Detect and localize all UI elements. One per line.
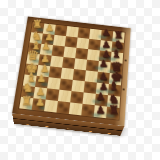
- chess-piece-white-rook[interactable]: ♜: [31, 19, 43, 29]
- piece-shadow: [95, 89, 104, 94]
- piece-shadow: [30, 82, 40, 87]
- folding-chess-box: ♜♟♟♜♞♟♟♞♝♟♟♝♛♟♟♛♚♟♟♚♝♟♟♝♞♟♟♞♜♟♟♜: [12, 17, 131, 127]
- square[interactable]: ♞: [21, 85, 35, 98]
- square[interactable]: ♟: [97, 72, 110, 84]
- chess-set-photo: ♜♟♟♜♞♟♟♞♝♟♟♝♛♟♟♛♚♟♟♚♝♟♟♝♞♟♟♞♜♟♟♜: [0, 0, 160, 160]
- frame-pin: [123, 89, 125, 91]
- chess-piece-black-rook[interactable]: ♜: [108, 104, 121, 116]
- board-rotation-wrapper: ♜♟♟♜♞♟♟♞♝♟♟♝♛♟♟♛♚♟♟♚♝♟♟♝♞♟♟♞♜♟♟♜: [14, 9, 134, 129]
- square[interactable]: [85, 70, 98, 82]
- chess-piece-white-pawn[interactable]: ♟: [40, 41, 52, 52]
- chess-piece-white-queen[interactable]: ♛: [27, 50, 39, 61]
- chess-piece-white-pawn[interactable]: ♟: [35, 73, 47, 84]
- hinge-pin: [89, 131, 92, 132]
- piece-shadow: [105, 103, 114, 108]
- chess-piece-black-pawn[interactable]: ♟: [97, 58, 109, 69]
- chess-piece-black-king[interactable]: ♚: [110, 71, 123, 82]
- square[interactable]: ♝: [23, 74, 37, 86]
- chess-piece-black-bishop[interactable]: ♝: [110, 49, 122, 60]
- chess-piece-black-bishop[interactable]: ♝: [107, 81, 120, 92]
- piece-shadow: [95, 79, 104, 84]
- square[interactable]: [82, 92, 95, 105]
- square[interactable]: ♟: [32, 98, 46, 111]
- chess-piece-black-pawn[interactable]: ♟: [94, 91, 107, 102]
- chess-piece-white-pawn[interactable]: ♟: [34, 96, 47, 108]
- square[interactable]: [58, 90, 72, 103]
- piece-shadow: [44, 72, 54, 77]
- square[interactable]: [56, 101, 70, 114]
- square[interactable]: [71, 80, 84, 93]
- piece-shadow: [108, 79, 117, 84]
- chess-piece-black-pawn[interactable]: ♟: [97, 70, 109, 81]
- piece-shadow: [26, 92, 36, 97]
- square[interactable]: ♟: [35, 76, 49, 88]
- square[interactable]: [61, 68, 74, 80]
- square[interactable]: [73, 69, 86, 81]
- square[interactable]: ♜: [19, 97, 33, 110]
- square[interactable]: [59, 79, 72, 92]
- square[interactable]: [84, 81, 97, 94]
- hinge-pin: [46, 126, 49, 127]
- chess-piece-white-king[interactable]: ♚: [26, 62, 38, 73]
- square[interactable]: [47, 77, 61, 89]
- frame-pin: [125, 59, 127, 61]
- piece-shadow: [92, 113, 102, 118]
- square[interactable]: ♞: [107, 95, 120, 108]
- piece-shadow: [39, 95, 49, 100]
- piece-shadow: [40, 82, 50, 87]
- board-top-surface: ♜♟♟♜♞♟♟♞♝♟♟♝♛♟♟♛♚♟♟♚♝♟♟♝♞♟♟♞♜♟♟♜: [12, 17, 131, 127]
- piece-shadow: [92, 99, 102, 104]
- square[interactable]: [70, 91, 83, 104]
- board-perspective-scene: ♜♟♟♜♞♟♟♞♝♟♟♝♛♟♟♛♚♟♟♚♝♟♟♝♞♟♟♞♜♟♟♜: [14, 9, 134, 129]
- square[interactable]: ♚: [25, 64, 39, 76]
- square[interactable]: ♟: [33, 87, 47, 100]
- square[interactable]: ♟: [94, 105, 107, 118]
- hinge-pin: [25, 124, 28, 125]
- square[interactable]: [69, 102, 83, 115]
- chess-piece-black-pawn[interactable]: ♟: [94, 104, 107, 116]
- piece-shadow: [39, 106, 49, 111]
- piece-shadow: [105, 113, 115, 118]
- square[interactable]: ♚: [109, 73, 122, 85]
- chess-piece-black-pawn[interactable]: ♟: [100, 27, 112, 37]
- chess-piece-white-rook[interactable]: ♜: [20, 96, 33, 108]
- chess-piece-white-knight[interactable]: ♞: [21, 82, 34, 93]
- chess-piece-white-pawn[interactable]: ♟: [39, 63, 51, 74]
- square[interactable]: ♝: [108, 84, 121, 97]
- square[interactable]: ♟: [37, 65, 51, 77]
- square[interactable]: [49, 66, 62, 78]
- piece-shadow: [31, 71, 41, 76]
- square[interactable]: [81, 104, 94, 117]
- hinge-pin: [67, 128, 70, 129]
- piece-shadow: [25, 105, 35, 110]
- square[interactable]: ♟: [95, 94, 108, 107]
- chess-piece-black-pawn[interactable]: ♟: [97, 81, 110, 92]
- chess-board-grid: ♜♟♟♜♞♟♟♞♝♟♟♝♛♟♟♛♚♟♟♚♝♟♟♝♞♟♟♞♜♟♟♜: [19, 22, 124, 119]
- square[interactable]: [46, 88, 60, 101]
- chess-piece-black-knight[interactable]: ♞: [107, 94, 120, 106]
- chess-piece-white-pawn[interactable]: ♟: [34, 86, 47, 97]
- square[interactable]: [44, 100, 58, 113]
- piece-shadow: [105, 89, 114, 94]
- square[interactable]: ♜: [106, 107, 119, 120]
- chess-piece-white-bishop[interactable]: ♝: [25, 72, 37, 83]
- square[interactable]: ♟: [96, 83, 109, 96]
- hinge-pin: [108, 133, 111, 134]
